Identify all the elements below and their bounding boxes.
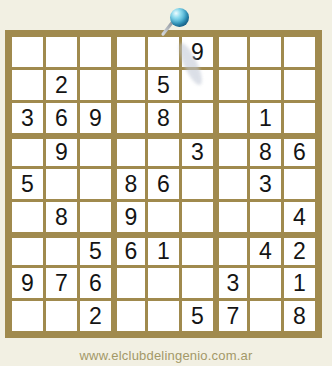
cell-r4c7[interactable] bbox=[216, 136, 247, 166]
cell-r6c2[interactable]: 8 bbox=[46, 202, 77, 232]
cell-r3c5[interactable]: 8 bbox=[148, 103, 179, 133]
website-url-text: www.elclubdelingenio.com.ar bbox=[0, 348, 332, 363]
cell-r4c5[interactable] bbox=[148, 136, 179, 166]
cell-r2c8[interactable] bbox=[250, 70, 281, 100]
cell-r9c8[interactable] bbox=[250, 301, 281, 331]
cell-r2c2[interactable]: 2 bbox=[46, 70, 77, 100]
cell-r9c7[interactable]: 7 bbox=[216, 301, 247, 331]
sudoku-board: 925369819386586389456142976312578 bbox=[5, 30, 322, 338]
cell-r6c3[interactable] bbox=[80, 202, 111, 232]
cell-r4c4[interactable] bbox=[114, 136, 145, 166]
cell-r8c7[interactable]: 3 bbox=[216, 268, 247, 298]
cell-r5c6[interactable] bbox=[182, 169, 213, 199]
cell-r9c2[interactable] bbox=[46, 301, 77, 331]
cell-r5c2[interactable] bbox=[46, 169, 77, 199]
cell-r2c1[interactable] bbox=[12, 70, 43, 100]
cell-r7c3[interactable]: 5 bbox=[80, 235, 111, 265]
cell-r8c5[interactable] bbox=[148, 268, 179, 298]
pushpin-ball bbox=[170, 8, 189, 27]
cell-r2c4[interactable] bbox=[114, 70, 145, 100]
cell-r1c8[interactable] bbox=[250, 37, 281, 67]
cell-r5c1[interactable]: 5 bbox=[12, 169, 43, 199]
cell-r9c1[interactable] bbox=[12, 301, 43, 331]
cell-r2c6[interactable] bbox=[182, 70, 213, 100]
cell-r6c7[interactable] bbox=[216, 202, 247, 232]
cell-r7c5[interactable]: 1 bbox=[148, 235, 179, 265]
cell-r1c9[interactable] bbox=[284, 37, 315, 67]
cell-r2c5[interactable]: 5 bbox=[148, 70, 179, 100]
cell-r9c3[interactable]: 2 bbox=[80, 301, 111, 331]
cell-r6c1[interactable] bbox=[12, 202, 43, 232]
cell-r8c4[interactable] bbox=[114, 268, 145, 298]
cell-r9c4[interactable] bbox=[114, 301, 145, 331]
cell-r7c7[interactable] bbox=[216, 235, 247, 265]
cell-r1c5[interactable] bbox=[148, 37, 179, 67]
cell-r9c5[interactable] bbox=[148, 301, 179, 331]
cell-r5c8[interactable]: 3 bbox=[250, 169, 281, 199]
cell-r1c6[interactable]: 9 bbox=[182, 37, 213, 67]
cell-r8c8[interactable] bbox=[250, 268, 281, 298]
cell-r6c6[interactable] bbox=[182, 202, 213, 232]
cell-r6c9[interactable]: 4 bbox=[284, 202, 315, 232]
cell-r1c3[interactable] bbox=[80, 37, 111, 67]
cell-r3c8[interactable]: 1 bbox=[250, 103, 281, 133]
cell-r8c2[interactable]: 7 bbox=[46, 268, 77, 298]
cell-r7c6[interactable] bbox=[182, 235, 213, 265]
cell-r4c3[interactable] bbox=[80, 136, 111, 166]
cell-r1c2[interactable] bbox=[46, 37, 77, 67]
cell-r6c8[interactable] bbox=[250, 202, 281, 232]
cell-r4c8[interactable]: 8 bbox=[250, 136, 281, 166]
cell-r1c4[interactable] bbox=[114, 37, 145, 67]
cell-r2c3[interactable] bbox=[80, 70, 111, 100]
cell-r3c2[interactable]: 6 bbox=[46, 103, 77, 133]
cell-r5c4[interactable]: 8 bbox=[114, 169, 145, 199]
cell-r9c9[interactable]: 8 bbox=[284, 301, 315, 331]
cell-r3c4[interactable] bbox=[114, 103, 145, 133]
cell-r4c1[interactable] bbox=[12, 136, 43, 166]
cell-r7c1[interactable] bbox=[12, 235, 43, 265]
cell-r9c6[interactable]: 5 bbox=[182, 301, 213, 331]
cell-r4c6[interactable]: 3 bbox=[182, 136, 213, 166]
cell-r4c9[interactable]: 6 bbox=[284, 136, 315, 166]
cell-r7c2[interactable] bbox=[46, 235, 77, 265]
cell-r4c2[interactable]: 9 bbox=[46, 136, 77, 166]
cell-r2c9[interactable] bbox=[284, 70, 315, 100]
cell-r8c9[interactable]: 1 bbox=[284, 268, 315, 298]
cell-r3c1[interactable]: 3 bbox=[12, 103, 43, 133]
cell-r2c7[interactable] bbox=[216, 70, 247, 100]
cell-r8c6[interactable] bbox=[182, 268, 213, 298]
cell-r8c1[interactable]: 9 bbox=[12, 268, 43, 298]
cell-r5c5[interactable]: 6 bbox=[148, 169, 179, 199]
cell-r1c7[interactable] bbox=[216, 37, 247, 67]
cell-r5c7[interactable] bbox=[216, 169, 247, 199]
cell-r5c3[interactable] bbox=[80, 169, 111, 199]
cell-r6c5[interactable] bbox=[148, 202, 179, 232]
cell-r5c9[interactable] bbox=[284, 169, 315, 199]
cell-r1c1[interactable] bbox=[12, 37, 43, 67]
cell-r3c6[interactable] bbox=[182, 103, 213, 133]
cell-r7c8[interactable]: 4 bbox=[250, 235, 281, 265]
cell-r6c4[interactable]: 9 bbox=[114, 202, 145, 232]
cell-r8c3[interactable]: 6 bbox=[80, 268, 111, 298]
cell-r3c3[interactable]: 9 bbox=[80, 103, 111, 133]
cell-r3c7[interactable] bbox=[216, 103, 247, 133]
cell-r7c9[interactable]: 2 bbox=[284, 235, 315, 265]
cell-r3c9[interactable] bbox=[284, 103, 315, 133]
cell-r7c4[interactable]: 6 bbox=[114, 235, 145, 265]
